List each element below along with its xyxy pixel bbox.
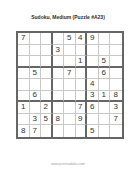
cell-r2c8 xyxy=(99,45,111,57)
cell-r7c9: 3 xyxy=(110,102,122,114)
cell-r7c7: 6 xyxy=(87,102,99,114)
cell-r6c1 xyxy=(18,91,30,103)
cell-r9c3 xyxy=(41,125,53,137)
cell-r4c1 xyxy=(18,68,30,80)
cell-r1c8 xyxy=(99,33,111,45)
cell-r1c4 xyxy=(53,33,65,45)
cell-r6c7: 3 xyxy=(87,91,99,103)
cell-r3c1 xyxy=(18,56,30,68)
cell-r8c7 xyxy=(87,114,99,126)
cell-r8c8 xyxy=(99,114,111,126)
cell-r4c6 xyxy=(76,68,88,80)
cell-r4c4 xyxy=(53,68,65,80)
sudoku-board: 7549315576463181276335897875 xyxy=(16,31,124,139)
cell-r8c3: 5 xyxy=(41,114,53,126)
cell-r3c4 xyxy=(53,56,65,68)
cell-r7c6: 7 xyxy=(76,102,88,114)
cell-r1c3 xyxy=(41,33,53,45)
cell-r4c3 xyxy=(41,68,53,80)
cell-r3c3 xyxy=(41,56,53,68)
cell-r5c3 xyxy=(41,79,53,91)
cell-r7c3: 2 xyxy=(41,102,53,114)
cell-r1c5: 5 xyxy=(64,33,76,45)
cell-r4c8: 6 xyxy=(99,68,111,80)
cell-r7c1: 1 xyxy=(18,102,30,114)
cell-r3c5 xyxy=(64,56,76,68)
cell-r9c9 xyxy=(110,125,122,137)
cell-r4c5: 7 xyxy=(64,68,76,80)
cell-r7c8 xyxy=(99,102,111,114)
cell-r1c2 xyxy=(30,33,42,45)
cell-r6c4 xyxy=(53,91,65,103)
cell-r1c1: 7 xyxy=(18,33,30,45)
cell-r1c7: 9 xyxy=(87,33,99,45)
footer-url: www.printsudoku.com xyxy=(0,162,136,167)
cell-r7c4 xyxy=(53,102,65,114)
cell-r6c8: 1 xyxy=(99,91,111,103)
cell-r8c2: 3 xyxy=(30,114,42,126)
cell-r7c2 xyxy=(30,102,42,114)
cell-r2c4: 3 xyxy=(53,45,65,57)
cell-r5c8 xyxy=(99,79,111,91)
cell-r9c1: 8 xyxy=(18,125,30,137)
cell-r3c9 xyxy=(110,56,122,68)
cell-r9c8 xyxy=(99,125,111,137)
cell-r1c9 xyxy=(110,33,122,45)
cell-r2c3 xyxy=(41,45,53,57)
page-title: Sudoku, Medium (Puzzle #A23) xyxy=(0,14,136,20)
cell-r2c6 xyxy=(76,45,88,57)
cell-r3c8: 5 xyxy=(99,56,111,68)
cell-r8c4: 8 xyxy=(53,114,65,126)
cell-r6c9: 8 xyxy=(110,91,122,103)
cell-r8c5 xyxy=(64,114,76,126)
cell-r3c7 xyxy=(87,56,99,68)
cell-r5c1 xyxy=(18,79,30,91)
cell-r4c2: 5 xyxy=(30,68,42,80)
cell-r3c2 xyxy=(30,56,42,68)
cell-r2c5 xyxy=(64,45,76,57)
cell-r2c2 xyxy=(30,45,42,57)
cell-r5c9 xyxy=(110,79,122,91)
cell-r5c2 xyxy=(30,79,42,91)
cell-r5c7: 4 xyxy=(87,79,99,91)
cell-r2c7 xyxy=(87,45,99,57)
cell-r8c1 xyxy=(18,114,30,126)
cell-r6c6 xyxy=(76,91,88,103)
cell-r6c2: 6 xyxy=(30,91,42,103)
cell-r9c2: 7 xyxy=(30,125,42,137)
cell-r5c4 xyxy=(53,79,65,91)
cell-r6c5 xyxy=(64,91,76,103)
printable-sudoku-page: Sudoku, Medium (Puzzle #A23) 75493155764… xyxy=(0,0,136,176)
cell-r4c9 xyxy=(110,68,122,80)
cell-r5c5 xyxy=(64,79,76,91)
cell-r6c3 xyxy=(41,91,53,103)
cell-r9c5 xyxy=(64,125,76,137)
cell-r8c6: 9 xyxy=(76,114,88,126)
cell-r1c6: 4 xyxy=(76,33,88,45)
cell-r9c4 xyxy=(53,125,65,137)
cell-r5c6 xyxy=(76,79,88,91)
cell-r2c1 xyxy=(18,45,30,57)
cell-r2c9 xyxy=(110,45,122,57)
cell-r3c6: 1 xyxy=(76,56,88,68)
cell-r9c6 xyxy=(76,125,88,137)
cell-r7c5 xyxy=(64,102,76,114)
cell-r8c9: 7 xyxy=(110,114,122,126)
cell-r9c7: 5 xyxy=(87,125,99,137)
cell-r4c7 xyxy=(87,68,99,80)
